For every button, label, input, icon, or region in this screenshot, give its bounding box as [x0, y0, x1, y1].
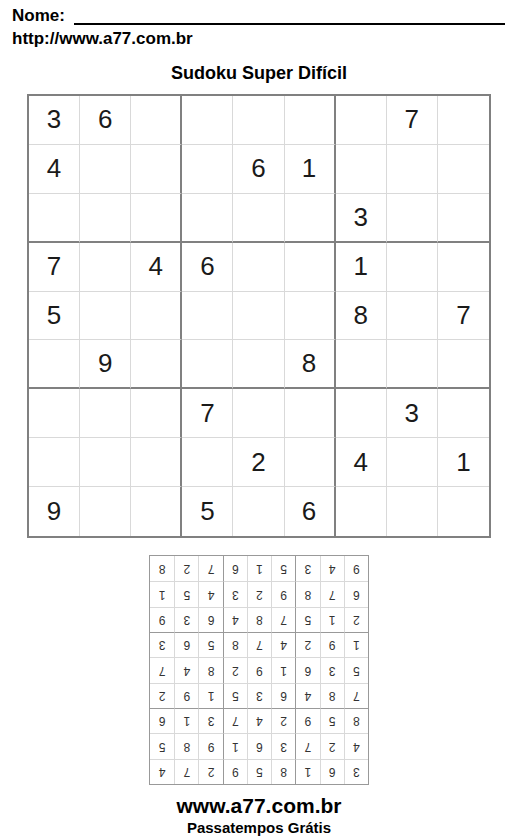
- solution-cell-r7c1: 2: [344, 607, 368, 632]
- solution-cell-r2c3: 7: [295, 733, 319, 758]
- solution-cell-r7c8: 3: [174, 607, 198, 632]
- solution-cell-r2c8: 8: [174, 733, 198, 758]
- puzzle-cell-r5c9: 7: [438, 292, 489, 341]
- puzzle-cell-r8c7: 4: [336, 438, 387, 487]
- puzzle-cell-r4c6: [285, 243, 336, 292]
- sudoku-sheet: Nome: http://www.a77.com.br Sudoku Super…: [0, 0, 518, 840]
- puzzle-cell-r8c6: [285, 438, 336, 487]
- solution-cell-r9c4: 5: [271, 556, 295, 581]
- puzzle-cell-r5c5: [233, 292, 284, 341]
- solution-cell-r5c1: 5: [344, 657, 368, 682]
- puzzle-cell-r2c5: 6: [233, 145, 284, 194]
- solution-cell-r1c4: 8: [271, 759, 295, 784]
- puzzle-cell-r3c1: [29, 194, 80, 243]
- solution-cell-r3c3: 9: [295, 708, 319, 733]
- puzzle-cell-r5c8: [387, 292, 438, 341]
- solution-cell-r8c8: 5: [174, 581, 198, 606]
- solution-cell-r7c5: 8: [247, 607, 271, 632]
- solution-cell-r9c8: 2: [174, 556, 198, 581]
- solution-cell-r2c7: 9: [198, 733, 222, 758]
- solution-cell-r4c9: 2: [150, 683, 174, 708]
- solution-cell-r6c4: 4: [271, 632, 295, 657]
- puzzle-cell-r9c6: 6: [285, 487, 336, 536]
- solution-cell-r3c4: 2: [271, 708, 295, 733]
- puzzle-cell-r1c4: [182, 96, 233, 145]
- puzzle-cell-r6c9: [438, 340, 489, 389]
- puzzle-cell-r3c8: [387, 194, 438, 243]
- puzzle-cell-r9c9: [438, 487, 489, 536]
- solution-cell-r5c4: 1: [271, 657, 295, 682]
- puzzle-cell-r6c8: [387, 340, 438, 389]
- puzzle-cell-r4c8: [387, 243, 438, 292]
- puzzle-cell-r9c7: [336, 487, 387, 536]
- solution-cell-r1c5: 5: [247, 759, 271, 784]
- puzzle-title: Sudoku Super Difícil: [0, 63, 518, 84]
- puzzle-cell-r6c6: 8: [285, 340, 336, 389]
- solution-cell-r9c7: 7: [198, 556, 222, 581]
- site-url: http://www.a77.com.br: [0, 29, 518, 49]
- puzzle-cell-r5c2: [80, 292, 131, 341]
- solution-cell-r4c3: 4: [295, 683, 319, 708]
- puzzle-cell-r7c5: [233, 389, 284, 438]
- puzzle-cell-r1c5: [233, 96, 284, 145]
- solution-cell-r2c6: 1: [223, 733, 247, 758]
- solution-grid-rotated: 3618592744273619858592473167846351925361…: [149, 555, 369, 785]
- puzzle-cell-r5c1: 5: [29, 292, 80, 341]
- solution-cell-r3c9: 6: [150, 708, 174, 733]
- solution-cell-r6c2: 9: [320, 632, 344, 657]
- solution-cell-r2c2: 2: [320, 733, 344, 758]
- puzzle-cell-r1c1: 3: [29, 96, 80, 145]
- puzzle-cell-r4c9: [438, 243, 489, 292]
- solution-cell-r7c6: 4: [223, 607, 247, 632]
- puzzle-cell-r2c1: 4: [29, 145, 80, 194]
- puzzle-cell-r7c2: [80, 389, 131, 438]
- puzzle-cell-r6c4: [182, 340, 233, 389]
- puzzle-cell-r9c2: [80, 487, 131, 536]
- puzzle-cell-r5c7: 8: [336, 292, 387, 341]
- puzzle-cell-r2c3: [131, 145, 182, 194]
- puzzle-cell-r2c2: [80, 145, 131, 194]
- puzzle-cell-r4c3: 4: [131, 243, 182, 292]
- solution-cell-r1c8: 7: [174, 759, 198, 784]
- puzzle-cell-r8c8: [387, 438, 438, 487]
- puzzle-cell-r3c6: [285, 194, 336, 243]
- solution-cell-r4c1: 7: [344, 683, 368, 708]
- puzzle-cell-r1c6: [285, 96, 336, 145]
- solution-cell-r2c4: 3: [271, 733, 295, 758]
- puzzle-cell-r8c9: 1: [438, 438, 489, 487]
- puzzle-cell-r2c7: [336, 145, 387, 194]
- puzzle-cell-r2c9: [438, 145, 489, 194]
- solution-cell-r7c4: 7: [271, 607, 295, 632]
- solution-cell-r6c7: 5: [198, 632, 222, 657]
- puzzle-cell-r9c1: 9: [29, 487, 80, 536]
- puzzle-cell-r1c3: [131, 96, 182, 145]
- solution-cell-r1c9: 4: [150, 759, 174, 784]
- puzzle-cell-r7c7: [336, 389, 387, 438]
- solution-cell-r4c4: 6: [271, 683, 295, 708]
- puzzle-cell-r5c4: [182, 292, 233, 341]
- solution-cell-r5c5: 9: [247, 657, 271, 682]
- puzzle-cell-r9c5: [233, 487, 284, 536]
- solution-cell-r9c2: 4: [320, 556, 344, 581]
- puzzle-cell-r8c3: [131, 438, 182, 487]
- puzzle-cell-r3c4: [182, 194, 233, 243]
- solution-cell-r6c1: 1: [344, 632, 368, 657]
- solution-cell-r8c9: 1: [150, 581, 174, 606]
- solution-cell-r5c2: 3: [320, 657, 344, 682]
- footer-site: www.a77.com.br: [0, 794, 518, 818]
- puzzle-cell-r7c1: [29, 389, 80, 438]
- solution-cell-r3c6: 7: [223, 708, 247, 733]
- name-write-line: [74, 10, 505, 25]
- solution-cell-r8c6: 3: [223, 581, 247, 606]
- puzzle-cell-r6c3: [131, 340, 182, 389]
- solution-cell-r5c8: 4: [174, 657, 198, 682]
- puzzle-cell-r8c1: [29, 438, 80, 487]
- solution-cell-r5c3: 6: [295, 657, 319, 682]
- solution-cell-r9c1: 9: [344, 556, 368, 581]
- puzzle-cell-r3c9: [438, 194, 489, 243]
- sudoku-grid: 367461374615879873241956: [27, 94, 491, 538]
- puzzle-cell-r4c1: 7: [29, 243, 80, 292]
- footer-tagline: Passatempos Grátis: [0, 819, 518, 836]
- solution-cell-r3c1: 8: [344, 708, 368, 733]
- puzzle-cell-r2c8: [387, 145, 438, 194]
- solution-cell-r8c5: 2: [247, 581, 271, 606]
- puzzle-cell-r3c7: 3: [336, 194, 387, 243]
- puzzle-cell-r3c5: [233, 194, 284, 243]
- solution-cell-r2c9: 5: [150, 733, 174, 758]
- puzzle-cell-r9c4: 5: [182, 487, 233, 536]
- puzzle-cell-r7c9: [438, 389, 489, 438]
- solution-cell-r6c8: 6: [174, 632, 198, 657]
- solution-cell-r1c3: 1: [295, 759, 319, 784]
- solution-cell-r4c5: 3: [247, 683, 271, 708]
- solution-cell-r7c9: 9: [150, 607, 174, 632]
- puzzle-cell-r3c2: [80, 194, 131, 243]
- solution-cell-r8c1: 6: [344, 581, 368, 606]
- solution-cell-r6c6: 8: [223, 632, 247, 657]
- solution-cell-r3c8: 1: [174, 708, 198, 733]
- puzzle-cell-r4c7: 1: [336, 243, 387, 292]
- puzzle-cell-r9c3: [131, 487, 182, 536]
- puzzle-cell-r8c2: [80, 438, 131, 487]
- solution-cell-r9c6: 6: [223, 556, 247, 581]
- puzzle-cell-r2c6: 1: [285, 145, 336, 194]
- puzzle-cell-r7c3: [131, 389, 182, 438]
- solution-cell-r6c3: 2: [295, 632, 319, 657]
- solution-cell-r6c9: 3: [150, 632, 174, 657]
- puzzle-cell-r6c1: [29, 340, 80, 389]
- solution-cell-r1c1: 3: [344, 759, 368, 784]
- puzzle-cell-r5c3: [131, 292, 182, 341]
- puzzle-cell-r7c6: [285, 389, 336, 438]
- solution-cell-r8c3: 8: [295, 581, 319, 606]
- solution-cell-r4c6: 5: [223, 683, 247, 708]
- name-label: Nome:: [12, 6, 65, 25]
- puzzle-cell-r1c7: [336, 96, 387, 145]
- puzzle-cell-r8c5: 2: [233, 438, 284, 487]
- solution-cell-r5c9: 7: [150, 657, 174, 682]
- solution-cell-r4c8: 9: [174, 683, 198, 708]
- puzzle-cell-r6c5: [233, 340, 284, 389]
- solution-cell-r5c7: 8: [198, 657, 222, 682]
- puzzle-cell-r1c8: 7: [387, 96, 438, 145]
- puzzle-cell-r1c2: 6: [80, 96, 131, 145]
- puzzle-cell-r8c4: [182, 438, 233, 487]
- solution-cell-r8c2: 7: [320, 581, 344, 606]
- solution-cell-r7c3: 5: [295, 607, 319, 632]
- footer: www.a77.com.br Passatempos Grátis: [0, 794, 518, 836]
- puzzle-cell-r3c3: [131, 194, 182, 243]
- puzzle-cell-r2c4: [182, 145, 233, 194]
- solution-cell-r2c5: 6: [247, 733, 271, 758]
- solution-cell-r6c5: 7: [247, 632, 271, 657]
- puzzle-cell-r4c5: [233, 243, 284, 292]
- solution-cell-r3c7: 3: [198, 708, 222, 733]
- solution-cell-r1c6: 9: [223, 759, 247, 784]
- solution-cell-r3c5: 4: [247, 708, 271, 733]
- solution-cell-r7c2: 1: [320, 607, 344, 632]
- solution-cell-r8c4: 9: [271, 581, 295, 606]
- puzzle-cell-r7c4: 7: [182, 389, 233, 438]
- solution-cell-r9c3: 3: [295, 556, 319, 581]
- solution-cell-r3c2: 5: [320, 708, 344, 733]
- puzzle-cell-r1c9: [438, 96, 489, 145]
- solution-cell-r5c6: 2: [223, 657, 247, 682]
- solution-cell-r4c2: 8: [320, 683, 344, 708]
- solution-cell-r2c1: 4: [344, 733, 368, 758]
- solution-cell-r1c7: 2: [198, 759, 222, 784]
- puzzle-cell-r4c4: 6: [182, 243, 233, 292]
- solution-cell-r1c2: 6: [320, 759, 344, 784]
- puzzle-cell-r6c2: 9: [80, 340, 131, 389]
- solution-cell-r8c7: 4: [198, 581, 222, 606]
- puzzle-cell-r7c8: 3: [387, 389, 438, 438]
- puzzle-cell-r5c6: [285, 292, 336, 341]
- solution-cell-r9c5: 1: [247, 556, 271, 581]
- puzzle-cell-r4c2: [80, 243, 131, 292]
- solution-cell-r7c7: 6: [198, 607, 222, 632]
- puzzle-cell-r9c8: [387, 487, 438, 536]
- solution-cell-r4c7: 1: [198, 683, 222, 708]
- puzzle-cell-r6c7: [336, 340, 387, 389]
- solution-cell-r9c9: 8: [150, 556, 174, 581]
- name-row: Nome:: [0, 0, 518, 25]
